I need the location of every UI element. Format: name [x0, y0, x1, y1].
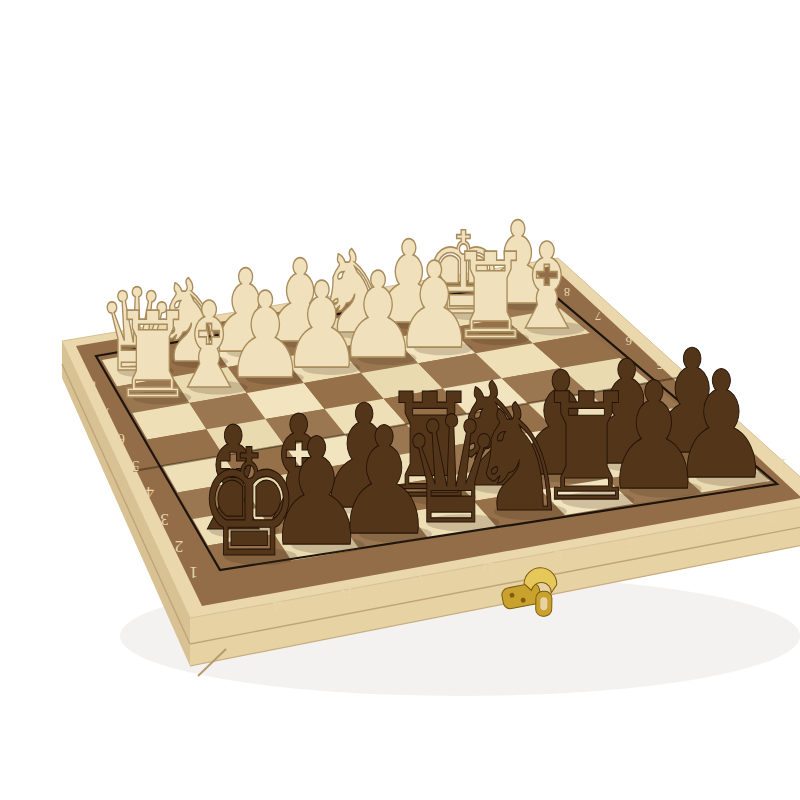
file-label-c: C: [412, 571, 423, 590]
file-label-g: G: [695, 525, 705, 541]
rank-label-left-6: 6: [117, 431, 124, 447]
rank-label-left-8: 8: [89, 378, 96, 393]
file-label-b: B: [341, 582, 353, 602]
clasp-hasp-hole: [540, 597, 547, 610]
file-label-e: E: [554, 548, 564, 565]
rank-label-left-3: 3: [160, 510, 168, 529]
chess-set-product-photo: 88A77B66C55D44E33F22G11H♛♞♟♟♞♟♚♟♜♝♟♟♟♟♜♝…: [40, 16, 800, 800]
rank-label-left-5: 5: [131, 458, 139, 475]
rank-label-left-1: 1: [189, 563, 198, 583]
rank-label-left-7: 7: [103, 405, 110, 421]
rank-label-right-1: 1: [780, 456, 787, 472]
rank-label-right-7: 7: [595, 309, 601, 323]
rank-label-left-4: 4: [146, 484, 154, 501]
file-label-h: H: [766, 513, 776, 528]
piece-light-bishop-h7: ♝: [506, 217, 588, 356]
piece-dark-pawn-h1: ♟: [670, 339, 772, 512]
file-label-a: A: [269, 594, 283, 615]
file-label-f: F: [625, 537, 633, 553]
rank-label-left-2: 2: [175, 537, 184, 556]
chess-board-3d-scene: 88A77B66C55D44E33F22G11H♛♞♟♟♞♟♚♟♜♝♟♟♟♟♜♝…: [40, 16, 800, 800]
file-label-d: D: [482, 559, 494, 578]
